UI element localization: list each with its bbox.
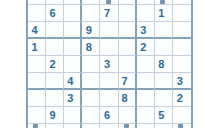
cell-r8c1[interactable]: [28, 107, 46, 124]
cell-r5c4[interactable]: [82, 56, 100, 73]
cell-r8c3[interactable]: [64, 107, 82, 124]
cell-r6c4[interactable]: [82, 73, 100, 90]
sudoku-screenshot: 671493182238473382965: [0, 0, 205, 128]
cell-r7c1[interactable]: [28, 90, 46, 107]
cell-r9c5[interactable]: [100, 124, 118, 128]
cell-r3c2[interactable]: [46, 22, 64, 39]
cell-r7c3[interactable]: 3: [64, 90, 82, 107]
clipped-digit-fragment: [160, 0, 165, 4]
cell-r5c7[interactable]: [137, 56, 155, 73]
cell-r9c2[interactable]: [46, 124, 64, 128]
cell-r9c4[interactable]: [82, 124, 100, 128]
cell-r4c3[interactable]: [64, 39, 82, 56]
cell-r4c8[interactable]: [155, 39, 173, 56]
cell-r6c9[interactable]: 3: [173, 73, 191, 90]
cell-r4c2[interactable]: [46, 39, 64, 56]
cell-r4c1[interactable]: 1: [28, 39, 46, 56]
cell-r8c6[interactable]: [119, 107, 137, 124]
cell-r2c6[interactable]: [119, 5, 137, 22]
cell-r7c9[interactable]: 2: [173, 90, 191, 107]
cell-r2c1[interactable]: [28, 5, 46, 22]
cell-r9c3[interactable]: [64, 124, 82, 128]
cell-r7c5[interactable]: [100, 90, 118, 107]
cell-r5c9[interactable]: [173, 56, 191, 73]
cell-r9c8[interactable]: [155, 124, 173, 128]
cell-r2c9[interactable]: [173, 5, 191, 22]
cell-r5c8[interactable]: 8: [155, 56, 173, 73]
cell-r2c2[interactable]: 6: [46, 5, 64, 22]
clipped-digit-fragment: [33, 124, 38, 128]
cell-r6c5[interactable]: [100, 73, 118, 90]
cell-r9c7[interactable]: [137, 124, 155, 128]
cell-r3c1[interactable]: 4: [28, 22, 46, 39]
cell-r4c5[interactable]: [100, 39, 118, 56]
cell-r4c9[interactable]: [173, 39, 191, 56]
cell-r3c4[interactable]: 9: [82, 22, 100, 39]
cell-r6c1[interactable]: [28, 73, 46, 90]
clipped-digit-fragment: [124, 124, 129, 128]
cell-r3c6[interactable]: [119, 22, 137, 39]
cell-r6c7[interactable]: [137, 73, 155, 90]
cell-r7c8[interactable]: [155, 90, 173, 107]
cell-r4c6[interactable]: [119, 39, 137, 56]
cell-r7c2[interactable]: [46, 90, 64, 107]
cell-r2c7[interactable]: [137, 5, 155, 22]
cell-r5c2[interactable]: 2: [46, 56, 64, 73]
cell-r8c8[interactable]: 5: [155, 107, 173, 124]
cell-r2c5[interactable]: 7: [100, 5, 118, 22]
sudoku-board: 671493182238473382965: [26, 0, 193, 128]
cell-r6c2[interactable]: [46, 73, 64, 90]
cell-r6c3[interactable]: 4: [64, 73, 82, 90]
clipped-digit-fragment: [106, 0, 111, 4]
cell-r8c5[interactable]: 6: [100, 107, 118, 124]
cell-r8c7[interactable]: [137, 107, 155, 124]
cell-r4c7[interactable]: 2: [137, 39, 155, 56]
cell-r2c3[interactable]: [64, 5, 82, 22]
cell-r8c4[interactable]: [82, 107, 100, 124]
cell-r2c4[interactable]: [82, 5, 100, 22]
cell-r4c4[interactable]: 8: [82, 39, 100, 56]
cell-r5c1[interactable]: [28, 56, 46, 73]
cell-r8c2[interactable]: 9: [46, 107, 64, 124]
cell-r3c5[interactable]: [100, 22, 118, 39]
cell-r3c9[interactable]: [173, 22, 191, 39]
cell-r7c4[interactable]: [82, 90, 100, 107]
cell-r3c8[interactable]: [155, 22, 173, 39]
cell-r7c6[interactable]: 8: [119, 90, 137, 107]
cell-r6c8[interactable]: [155, 73, 173, 90]
cell-r5c3[interactable]: [64, 56, 82, 73]
cell-r8c9[interactable]: [173, 107, 191, 124]
cell-r2c8[interactable]: 1: [155, 5, 173, 22]
cell-r6c6[interactable]: 7: [119, 73, 137, 90]
clipped-digit-fragment: [178, 124, 183, 128]
cell-r5c6[interactable]: [119, 56, 137, 73]
cell-r7c7[interactable]: [137, 90, 155, 107]
cell-r3c3[interactable]: [64, 22, 82, 39]
cell-r3c7[interactable]: 3: [137, 22, 155, 39]
cell-r5c5[interactable]: 3: [100, 56, 118, 73]
